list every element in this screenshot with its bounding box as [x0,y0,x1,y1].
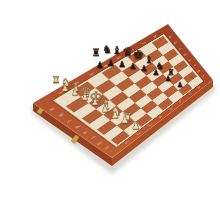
piece-white-pawn-g2: ♟ [114,115,136,125]
chess-set-product-photo: aabbccddeeffgghh8877665544332211 ♜♞♝♛♚♝♞… [0,0,220,200]
piece-black-pawn-b7: ♟ [100,59,122,68]
piece-black-knight-b8: ♞ [96,45,118,56]
piece-black-pawn-d7: ♟ [122,62,144,70]
piece-white-rook-a1: ♜ [45,75,67,84]
piece-white-pawn-b2: ♟ [64,88,86,97]
piece-white-king-e1: ♚ [85,90,107,105]
piece-black-knight-g8: ♞ [149,61,171,70]
pieces-layer: ♜♞♝♛♚♝♞♜♟♟♟♟♟♟♟♟♟♟♟♟♟♟♟♟♜♞♝♛♚♝♞♜ [0,0,220,200]
piece-black-pawn-a7: ♟ [89,61,111,70]
piece-white-queen-d1: ♛ [75,86,97,99]
piece-black-rook-a8: ♜ [85,48,107,58]
piece-white-pawn-f2: ♟ [104,110,126,120]
piece-black-pawn-g7: ♟ [157,75,179,83]
piece-black-pawn-c7: ♟ [111,60,133,69]
piece-white-pawn-e2: ♟ [94,104,116,113]
piece-white-knight-b1: ♞ [55,78,77,89]
piece-white-bishop-c1: ♝ [65,82,87,94]
piece-white-knight-g1: ♞ [105,105,127,117]
piece-black-pawn-h7: ♟ [169,81,191,88]
piece-white-pawn-c2: ♟ [74,93,96,102]
piece-black-bishop-f8: ♝ [138,55,160,65]
piece-black-pawn-e7: ♟ [133,65,155,73]
piece-black-rook-h8: ♜ [160,68,182,76]
piece-white-pawn-a2: ♟ [54,84,76,92]
piece-black-queen-d8: ♛ [117,46,139,58]
piece-white-pawn-h2: ♟ [125,121,147,131]
piece-black-bishop-c8: ♝ [106,45,128,56]
piece-black-pawn-f7: ♟ [145,69,167,77]
piece-white-rook-h1: ♜ [116,112,138,123]
piece-white-bishop-f1: ♝ [95,99,117,111]
piece-black-king-e8: ♚ [127,49,149,62]
piece-white-pawn-d2: ♟ [84,98,106,107]
